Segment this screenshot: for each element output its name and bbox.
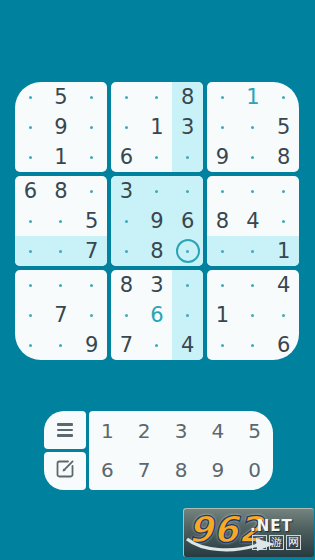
empty-cell-dot xyxy=(59,220,62,223)
sudoku-box-0-0: 591 xyxy=(15,82,107,172)
sudoku-cell-r5c3[interactable]: 5 xyxy=(76,206,107,236)
sudoku-cell-r6c4[interactable] xyxy=(111,236,142,266)
empty-cell-dot xyxy=(251,314,254,317)
sudoku-cell-r2c4[interactable] xyxy=(111,112,142,142)
empty-cell-dot xyxy=(251,126,254,129)
sudoku-cell-r6c2[interactable] xyxy=(46,236,77,266)
sudoku-cell-r1c7[interactable] xyxy=(207,82,238,112)
sudoku-cell-r8c1[interactable] xyxy=(15,300,46,330)
sudoku-cell-r7c6[interactable] xyxy=(172,270,203,300)
empty-cell-dot xyxy=(29,314,32,317)
sudoku-cell-r7c2[interactable] xyxy=(46,270,77,300)
watermark: 962 .NET 乐游网 xyxy=(183,508,314,557)
sudoku-cell-r3c6[interactable] xyxy=(172,142,203,172)
sudoku-cell-r7c3[interactable] xyxy=(76,270,107,300)
sudoku-cell-r4c8[interactable] xyxy=(238,176,269,206)
numpad-5[interactable]: 5 xyxy=(236,411,273,451)
edit-pencil-icon xyxy=(54,458,76,484)
sudoku-cell-r1c2[interactable]: 5 xyxy=(46,82,77,112)
sudoku-box-0-1: 8136 xyxy=(111,82,203,172)
empty-cell-dot xyxy=(251,344,254,347)
sudoku-cell-r8c8[interactable] xyxy=(238,300,269,330)
empty-cell-dot xyxy=(155,190,158,193)
empty-cell-dot xyxy=(155,344,158,347)
sudoku-cell-r3c1[interactable] xyxy=(15,142,46,172)
sudoku-cell-r4c5[interactable] xyxy=(142,176,173,206)
sudoku-cell-r5c2[interactable] xyxy=(46,206,77,236)
sudoku-cell-r9c4[interactable]: 7 xyxy=(111,330,142,360)
empty-cell-dot xyxy=(186,284,189,287)
watermark-site-char: 网 xyxy=(286,535,301,550)
sudoku-cell-r6c7[interactable] xyxy=(207,236,238,266)
empty-cell-dot xyxy=(221,190,224,193)
sudoku-cell-r5c1[interactable] xyxy=(15,206,46,236)
sudoku-cell-r4c3[interactable] xyxy=(76,176,107,206)
empty-cell-dot xyxy=(282,190,285,193)
sudoku-cell-r8c4[interactable] xyxy=(111,300,142,330)
empty-cell-dot xyxy=(282,96,285,99)
empty-cell-dot xyxy=(90,190,93,193)
empty-cell-dot xyxy=(221,126,224,129)
sudoku-cell-r6c9[interactable]: 1 xyxy=(268,236,299,266)
sudoku-cell-r2c5[interactable]: 1 xyxy=(142,112,173,142)
sudoku-cell-r5c7[interactable]: 8 xyxy=(207,206,238,236)
sudoku-board: 59181361598685739688417983674416 xyxy=(15,82,299,360)
sudoku-box-2-1: 83674 xyxy=(111,270,203,360)
watermark-swoosh-arrow xyxy=(186,535,278,555)
sudoku-cell-r4c1[interactable]: 6 xyxy=(15,176,46,206)
sudoku-cell-r9c8[interactable] xyxy=(238,330,269,360)
sudoku-cell-r8c2[interactable]: 7 xyxy=(46,300,77,330)
empty-cell-dot xyxy=(125,220,128,223)
empty-cell-dot xyxy=(251,250,254,253)
empty-cell-dot xyxy=(251,284,254,287)
empty-cell-dot xyxy=(59,284,62,287)
empty-cell-dot xyxy=(155,96,158,99)
numpad-9[interactable]: 9 xyxy=(199,451,236,491)
empty-cell-dot xyxy=(29,284,32,287)
sudoku-cell-r7c7[interactable] xyxy=(207,270,238,300)
sudoku-cell-r8c7[interactable]: 1 xyxy=(207,300,238,330)
sudoku-cell-r5c8[interactable]: 4 xyxy=(238,206,269,236)
empty-cell-dot xyxy=(155,156,158,159)
sudoku-box-1-0: 6857 xyxy=(15,176,107,266)
edit-notes-button[interactable] xyxy=(44,452,86,490)
sudoku-cell-r9c6[interactable]: 4 xyxy=(172,330,203,360)
sudoku-cell-r1c5[interactable] xyxy=(142,82,173,112)
empty-cell-dot xyxy=(251,156,254,159)
sudoku-cell-r2c1[interactable] xyxy=(15,112,46,142)
sudoku-box-1-1: 3968 xyxy=(111,176,203,266)
numpad-7[interactable]: 7 xyxy=(126,451,163,491)
sudoku-cell-r3c9[interactable]: 8 xyxy=(268,142,299,172)
sudoku-cell-r5c4[interactable] xyxy=(111,206,142,236)
sudoku-cell-r3c8[interactable] xyxy=(238,142,269,172)
sudoku-cell-r1c1[interactable] xyxy=(15,82,46,112)
sudoku-cell-r2c3[interactable] xyxy=(76,112,107,142)
numpad-8[interactable]: 8 xyxy=(163,451,200,491)
sudoku-cell-r1c6[interactable]: 8 xyxy=(172,82,203,112)
sudoku-cell-r4c6[interactable] xyxy=(172,176,203,206)
sudoku-cell-r5c6[interactable]: 6 xyxy=(172,206,203,236)
empty-cell-dot xyxy=(90,126,93,129)
sudoku-cell-r4c7[interactable] xyxy=(207,176,238,206)
sudoku-box-2-0: 79 xyxy=(15,270,107,360)
sudoku-cell-r8c6[interactable] xyxy=(172,300,203,330)
empty-cell-dot xyxy=(186,250,189,253)
sudoku-cell-r2c6[interactable]: 3 xyxy=(172,112,203,142)
sudoku-cell-r3c2[interactable]: 1 xyxy=(46,142,77,172)
sudoku-cell-r9c5[interactable] xyxy=(142,330,173,360)
empty-cell-dot xyxy=(186,314,189,317)
empty-cell-dot xyxy=(90,156,93,159)
sudoku-cell-r7c1[interactable] xyxy=(15,270,46,300)
sudoku-cell-r5c5[interactable]: 9 xyxy=(142,206,173,236)
sudoku-cell-r1c9[interactable] xyxy=(268,82,299,112)
empty-cell-dot xyxy=(29,96,32,99)
sudoku-box-1-2: 841 xyxy=(207,176,299,266)
numpad-4[interactable]: 4 xyxy=(199,411,236,451)
sudoku-cell-r8c3[interactable] xyxy=(76,300,107,330)
sudoku-cell-r6c5[interactable]: 8 xyxy=(142,236,173,266)
empty-cell-dot xyxy=(90,284,93,287)
empty-cell-dot xyxy=(59,344,62,347)
sudoku-cell-r8c5[interactable]: 6 xyxy=(142,300,173,330)
sudoku-cell-r6c1[interactable] xyxy=(15,236,46,266)
menu-button[interactable] xyxy=(44,411,86,449)
pad-buttons-column xyxy=(44,411,86,490)
empty-cell-dot xyxy=(125,314,128,317)
empty-cell-dot xyxy=(251,190,254,193)
sudoku-cell-r7c4[interactable]: 8 xyxy=(111,270,142,300)
empty-cell-dot xyxy=(90,314,93,317)
sudoku-cell-r3c4[interactable]: 6 xyxy=(111,142,142,172)
empty-cell-dot xyxy=(29,126,32,129)
sudoku-cell-r3c5[interactable] xyxy=(142,142,173,172)
empty-cell-dot xyxy=(29,344,32,347)
sudoku-cell-r7c8[interactable] xyxy=(238,270,269,300)
sudoku-cell-r8c9[interactable] xyxy=(268,300,299,330)
empty-cell-dot xyxy=(59,250,62,253)
sudoku-cell-r4c9[interactable] xyxy=(268,176,299,206)
empty-cell-dot xyxy=(125,250,128,253)
sudoku-cell-r6c3[interactable]: 7 xyxy=(76,236,107,266)
empty-cell-dot xyxy=(125,126,128,129)
sudoku-cell-r9c9[interactable]: 6 xyxy=(268,330,299,360)
watermark-suffix: .NET xyxy=(250,517,293,535)
sudoku-cell-r1c8[interactable]: 1 xyxy=(238,82,269,112)
sudoku-cell-r9c1[interactable] xyxy=(15,330,46,360)
sudoku-cell-r9c3[interactable]: 9 xyxy=(76,330,107,360)
sudoku-cell-r5c9[interactable] xyxy=(268,206,299,236)
sudoku-cell-r4c2[interactable]: 8 xyxy=(46,176,77,206)
numpad-0[interactable]: 0 xyxy=(236,451,273,491)
empty-cell-dot xyxy=(29,250,32,253)
empty-cell-dot xyxy=(125,96,128,99)
numpad-3[interactable]: 3 xyxy=(163,411,200,451)
sudoku-cell-r2c8[interactable] xyxy=(238,112,269,142)
sudoku-cell-r3c7[interactable]: 9 xyxy=(207,142,238,172)
sudoku-cell-r1c4[interactable] xyxy=(111,82,142,112)
sudoku-box-2-2: 416 xyxy=(207,270,299,360)
sudoku-cell-r7c9[interactable]: 4 xyxy=(268,270,299,300)
sudoku-cell-r2c2[interactable]: 9 xyxy=(46,112,77,142)
sudoku-cell-r2c7[interactable] xyxy=(207,112,238,142)
sudoku-cell-r1c3[interactable] xyxy=(76,82,107,112)
numpad-2[interactable]: 2 xyxy=(126,411,163,451)
empty-cell-dot xyxy=(221,96,224,99)
number-pad: 1234567890 xyxy=(44,411,273,490)
empty-cell-dot xyxy=(186,190,189,193)
numpad-6[interactable]: 6 xyxy=(89,451,126,491)
empty-cell-dot xyxy=(186,156,189,159)
sudoku-cell-r2c9[interactable]: 5 xyxy=(268,112,299,142)
menu-icon xyxy=(57,423,73,437)
sudoku-cell-r6c8[interactable] xyxy=(238,236,269,266)
numpad-digits: 1234567890 xyxy=(89,411,273,490)
sudoku-cell-r7c5[interactable]: 3 xyxy=(142,270,173,300)
sudoku-cell-r4c4[interactable]: 3 xyxy=(111,176,142,206)
empty-cell-dot xyxy=(282,314,285,317)
empty-cell-dot xyxy=(221,284,224,287)
empty-cell-dot xyxy=(282,220,285,223)
empty-cell-dot xyxy=(221,344,224,347)
empty-cell-dot xyxy=(29,220,32,223)
sudoku-cell-r9c7[interactable] xyxy=(207,330,238,360)
empty-cell-dot xyxy=(29,156,32,159)
sudoku-cell-r6c6[interactable] xyxy=(172,236,203,266)
sudoku-cell-r3c3[interactable] xyxy=(76,142,107,172)
empty-cell-dot xyxy=(221,250,224,253)
sudoku-box-0-2: 1598 xyxy=(207,82,299,172)
numpad-1[interactable]: 1 xyxy=(89,411,126,451)
sudoku-cell-r9c2[interactable] xyxy=(46,330,77,360)
empty-cell-dot xyxy=(90,96,93,99)
